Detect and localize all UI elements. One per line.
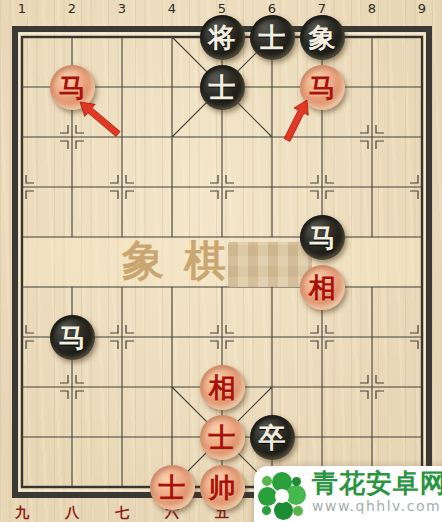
piece-black-advisor[interactable]: 士 — [250, 15, 295, 60]
piece-red-advisor[interactable]: 士 — [150, 465, 195, 510]
piece-black-soldier[interactable]: 卒 — [250, 415, 295, 460]
piece-black-general[interactable]: 将 — [200, 15, 245, 60]
piece-black-horse[interactable]: 马 — [300, 215, 345, 260]
piece-black-elephant[interactable]: 象 — [300, 15, 345, 60]
piece-red-horse[interactable]: 马 — [50, 65, 95, 110]
piece-red-horse[interactable]: 马 — [300, 65, 345, 110]
piece-red-general[interactable]: 帅 — [200, 465, 245, 510]
piece-red-elephant[interactable]: 相 — [200, 365, 245, 410]
watermark-site-url: www.qhhlv.com — [312, 498, 442, 514]
piece-layer: 将士象士马马马相马相士卒士帅 — [0, 12, 442, 512]
piece-black-horse[interactable]: 马 — [50, 315, 95, 360]
watermark-text-block: 青花安卓网 www.qhhlv.com — [312, 470, 442, 514]
xiangqi-app: 123456789 九八七六五四三二一 象棋 将士象士马马马相马相士卒士帅 青花… — [0, 0, 442, 522]
watermark-site-name: 青花安卓网 — [312, 470, 442, 497]
site-watermark: 青花安卓网 www.qhhlv.com — [254, 466, 442, 522]
piece-red-advisor[interactable]: 士 — [200, 415, 245, 460]
piece-black-advisor[interactable]: 士 — [200, 65, 245, 110]
piece-red-elephant[interactable]: 相 — [300, 265, 345, 310]
qinghua-logo-icon — [258, 472, 306, 520]
